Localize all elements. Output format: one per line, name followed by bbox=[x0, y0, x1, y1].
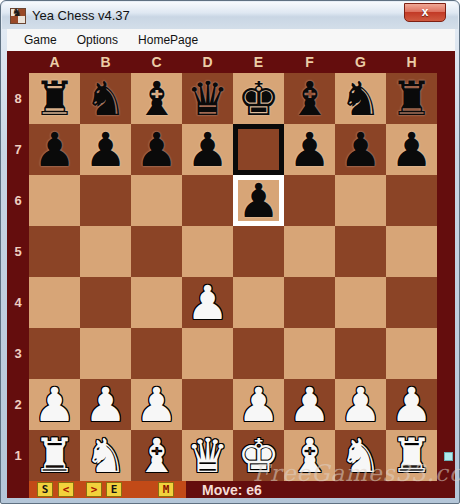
white-bishop[interactable]: ♝ bbox=[284, 430, 335, 481]
square-d7[interactable]: ♟ bbox=[182, 124, 233, 175]
white-knight[interactable]: ♞ bbox=[80, 430, 131, 481]
rank-label-5: 5 bbox=[7, 226, 29, 277]
white-knight[interactable]: ♞ bbox=[335, 430, 386, 481]
square-e8[interactable]: ♚ bbox=[233, 73, 284, 124]
square-h7[interactable]: ♟ bbox=[386, 124, 437, 175]
square-e2[interactable]: ♟ bbox=[233, 379, 284, 430]
square-d3[interactable] bbox=[182, 328, 233, 379]
white-queen[interactable]: ♛ bbox=[182, 430, 233, 481]
file-label-g: G bbox=[335, 51, 386, 73]
black-rook[interactable]: ♜ bbox=[29, 73, 80, 124]
square-h2[interactable]: ♟ bbox=[386, 379, 437, 430]
rank-label-6: 6 bbox=[7, 175, 29, 226]
square-f2[interactable]: ♟ bbox=[284, 379, 335, 430]
square-d4[interactable]: ♟ bbox=[182, 277, 233, 328]
square-f4[interactable] bbox=[284, 277, 335, 328]
app-icon: ♞ bbox=[10, 8, 26, 24]
window-title: Yea Chess v4.37 bbox=[32, 8, 130, 23]
square-a5[interactable] bbox=[29, 226, 80, 277]
square-e6[interactable]: ♟ bbox=[233, 175, 284, 226]
nav-button-moves[interactable]: M bbox=[158, 482, 174, 497]
square-h3[interactable] bbox=[386, 328, 437, 379]
square-d1[interactable]: ♛ bbox=[182, 430, 233, 481]
square-g6[interactable] bbox=[335, 175, 386, 226]
square-c8[interactable]: ♝ bbox=[131, 73, 182, 124]
square-a2[interactable]: ♟ bbox=[29, 379, 80, 430]
black-pawn[interactable]: ♟ bbox=[131, 124, 182, 175]
square-c3[interactable] bbox=[131, 328, 182, 379]
square-d6[interactable] bbox=[182, 175, 233, 226]
white-pawn[interactable]: ♟ bbox=[233, 379, 284, 430]
file-label-c: C bbox=[131, 51, 182, 73]
square-c1[interactable]: ♝ bbox=[131, 430, 182, 481]
square-b6[interactable] bbox=[80, 175, 131, 226]
white-king[interactable]: ♚ bbox=[233, 430, 284, 481]
file-label-d: D bbox=[182, 51, 233, 73]
square-d2[interactable] bbox=[182, 379, 233, 430]
square-g1[interactable]: ♞ bbox=[335, 430, 386, 481]
square-f3[interactable] bbox=[284, 328, 335, 379]
square-c4[interactable] bbox=[131, 277, 182, 328]
black-pawn[interactable]: ♟ bbox=[29, 124, 80, 175]
file-label-e: E bbox=[233, 51, 284, 73]
file-label-h: H bbox=[386, 51, 437, 73]
square-e1[interactable]: ♚ bbox=[233, 430, 284, 481]
square-h8[interactable]: ♜ bbox=[386, 73, 437, 124]
square-g7[interactable]: ♟ bbox=[335, 124, 386, 175]
black-pawn[interactable]: ♟ bbox=[233, 175, 284, 226]
square-e5[interactable] bbox=[233, 226, 284, 277]
square-b4[interactable] bbox=[80, 277, 131, 328]
move-status: Move: e6 bbox=[202, 482, 262, 498]
rank-label-7: 7 bbox=[7, 124, 29, 175]
black-queen[interactable]: ♛ bbox=[182, 73, 233, 124]
menu-options[interactable]: Options bbox=[70, 31, 125, 49]
white-rook[interactable]: ♜ bbox=[386, 430, 437, 481]
square-d5[interactable] bbox=[182, 226, 233, 277]
black-knight[interactable]: ♞ bbox=[335, 73, 386, 124]
nav-button-start[interactable]: S bbox=[37, 482, 53, 497]
rank-label-2: 2 bbox=[7, 379, 29, 430]
white-pawn[interactable]: ♟ bbox=[29, 379, 80, 430]
square-a1[interactable]: ♜ bbox=[29, 430, 80, 481]
black-bishop[interactable]: ♝ bbox=[131, 73, 182, 124]
square-d8[interactable]: ♛ bbox=[182, 73, 233, 124]
square-b3[interactable] bbox=[80, 328, 131, 379]
black-bishop[interactable]: ♝ bbox=[284, 73, 335, 124]
menu-bar: Game Options HomePage bbox=[7, 29, 455, 51]
square-f8[interactable]: ♝ bbox=[284, 73, 335, 124]
square-g3[interactable] bbox=[335, 328, 386, 379]
black-pawn[interactable]: ♟ bbox=[182, 124, 233, 175]
menu-game[interactable]: Game bbox=[17, 31, 64, 49]
square-a3[interactable] bbox=[29, 328, 80, 379]
square-h5[interactable] bbox=[386, 226, 437, 277]
square-h6[interactable] bbox=[386, 175, 437, 226]
square-b7[interactable]: ♟ bbox=[80, 124, 131, 175]
square-c5[interactable] bbox=[131, 226, 182, 277]
title-bar[interactable]: ♞ Yea Chess v4.37 x bbox=[2, 2, 458, 29]
white-bishop[interactable]: ♝ bbox=[131, 430, 182, 481]
square-f5[interactable] bbox=[284, 226, 335, 277]
white-pawn[interactable]: ♟ bbox=[182, 277, 233, 328]
square-e7[interactable] bbox=[233, 124, 284, 175]
black-king[interactable]: ♚ bbox=[233, 73, 284, 124]
black-pawn[interactable]: ♟ bbox=[284, 124, 335, 175]
square-c7[interactable]: ♟ bbox=[131, 124, 182, 175]
square-a6[interactable] bbox=[29, 175, 80, 226]
chess-board: ♜♞♝♛♚♝♞♜♟♟♟♟♟♟♟♟♟♟♟♟♟♟♟♟♜♞♝♛♚♝♞♜ bbox=[29, 73, 437, 481]
square-h1[interactable]: ♜ bbox=[386, 430, 437, 481]
square-c6[interactable] bbox=[131, 175, 182, 226]
app-window: ♞ Yea Chess v4.37 x Game Options HomePag… bbox=[0, 0, 460, 504]
square-g8[interactable]: ♞ bbox=[335, 73, 386, 124]
square-e4[interactable] bbox=[233, 277, 284, 328]
status-bar: S<>EM Move: e6 bbox=[7, 481, 455, 498]
rank-label-3: 3 bbox=[7, 328, 29, 379]
nav-button-back[interactable]: < bbox=[58, 482, 74, 497]
square-g5[interactable] bbox=[335, 226, 386, 277]
square-h4[interactable] bbox=[386, 277, 437, 328]
rank-labels: 8 7 6 5 4 3 2 1 bbox=[7, 73, 29, 481]
file-label-f: F bbox=[284, 51, 335, 73]
rank-label-8: 8 bbox=[7, 73, 29, 124]
square-b5[interactable] bbox=[80, 226, 131, 277]
turn-indicator bbox=[444, 452, 453, 461]
nav-button-strip: S<>EM bbox=[29, 481, 186, 498]
file-label-a: A bbox=[29, 51, 80, 73]
white-pawn[interactable]: ♟ bbox=[386, 379, 437, 430]
square-b2[interactable]: ♟ bbox=[80, 379, 131, 430]
close-button[interactable]: x bbox=[404, 3, 446, 22]
file-labels: A B C D E F G H bbox=[29, 51, 437, 73]
rank-label-1: 1 bbox=[7, 430, 29, 481]
square-b8[interactable]: ♞ bbox=[80, 73, 131, 124]
white-rook[interactable]: ♜ bbox=[29, 430, 80, 481]
black-pawn[interactable]: ♟ bbox=[80, 124, 131, 175]
square-b1[interactable]: ♞ bbox=[80, 430, 131, 481]
white-pawn[interactable]: ♟ bbox=[335, 379, 386, 430]
square-f7[interactable]: ♟ bbox=[284, 124, 335, 175]
nav-button-end[interactable]: E bbox=[106, 482, 122, 497]
rank-label-4: 4 bbox=[7, 277, 29, 328]
black-pawn[interactable]: ♟ bbox=[386, 124, 437, 175]
square-f6[interactable] bbox=[284, 175, 335, 226]
black-pawn[interactable]: ♟ bbox=[335, 124, 386, 175]
white-pawn[interactable]: ♟ bbox=[80, 379, 131, 430]
white-pawn[interactable]: ♟ bbox=[131, 379, 182, 430]
black-rook[interactable]: ♜ bbox=[386, 73, 437, 124]
black-knight[interactable]: ♞ bbox=[80, 73, 131, 124]
square-a4[interactable] bbox=[29, 277, 80, 328]
board-frame: A B C D E F G H 8 7 6 5 4 3 2 1 ♜♞♝♛♚♝♞♜… bbox=[7, 51, 455, 498]
square-a8[interactable]: ♜ bbox=[29, 73, 80, 124]
square-f1[interactable]: ♝ bbox=[284, 430, 335, 481]
nav-button-forward[interactable]: > bbox=[86, 482, 102, 497]
square-c2[interactable]: ♟ bbox=[131, 379, 182, 430]
square-a7[interactable]: ♟ bbox=[29, 124, 80, 175]
square-e3[interactable] bbox=[233, 328, 284, 379]
file-label-b: B bbox=[80, 51, 131, 73]
menu-homepage[interactable]: HomePage bbox=[131, 31, 205, 49]
square-g4[interactable] bbox=[335, 277, 386, 328]
white-pawn[interactable]: ♟ bbox=[284, 379, 335, 430]
square-g2[interactable]: ♟ bbox=[335, 379, 386, 430]
